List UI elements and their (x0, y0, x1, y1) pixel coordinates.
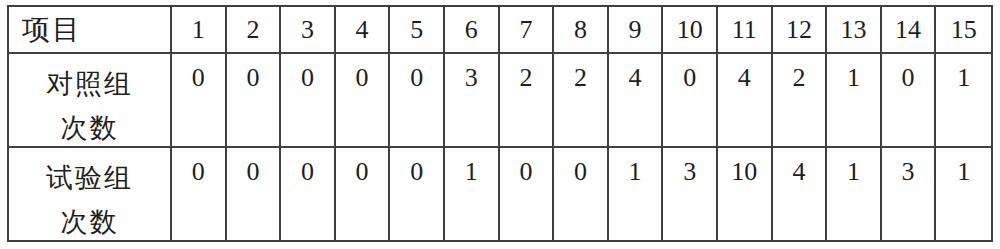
row-1-label-cell: 对照组次数 (9, 54, 172, 148)
row-2-col-6: 1 (445, 148, 500, 240)
row-1-col-3: 0 (281, 54, 336, 148)
row-1-col-14: 0 (882, 54, 937, 148)
header-col-9: 9 (609, 7, 664, 54)
header-col-12: 12 (773, 7, 828, 54)
header-col-5: 5 (390, 7, 445, 54)
header-col-13: 13 (827, 7, 882, 54)
row-2-label-line-2: 次数 (9, 200, 170, 240)
row-1-col-1: 0 (172, 54, 227, 148)
data-table: 项目123456789101112131415对照组次数000003224042… (7, 5, 993, 242)
row-1-col-10: 0 (663, 54, 718, 148)
row-1-col-8: 2 (554, 54, 609, 148)
header-col-10: 10 (663, 7, 718, 54)
row-1-label-line-1: 对照组 (9, 62, 170, 106)
row-2-col-7: 0 (500, 148, 555, 240)
row-2-col-13: 1 (827, 148, 882, 240)
row-2-col-10: 3 (663, 148, 718, 240)
row-1-col-2: 0 (227, 54, 282, 148)
row-2-col-2: 0 (227, 148, 282, 240)
row-1-col-4: 0 (336, 54, 391, 148)
row-2-col-12: 4 (773, 148, 828, 240)
header-col-4: 4 (336, 7, 391, 54)
row-2-col-3: 0 (281, 148, 336, 240)
row-1-col-6: 3 (445, 54, 500, 148)
row-1-col-13: 1 (827, 54, 882, 148)
row-2-col-1: 0 (172, 148, 227, 240)
row-2-col-5: 0 (390, 148, 445, 240)
row-1-col-12: 2 (773, 54, 828, 148)
row-1-col-5: 0 (390, 54, 445, 148)
row-1-col-9: 4 (609, 54, 664, 148)
row-1-col-15: 1 (936, 54, 991, 148)
header-col-6: 6 (445, 7, 500, 54)
header-label-cell: 项目 (9, 7, 172, 54)
header-col-11: 11 (718, 7, 773, 54)
row-2-col-11: 10 (718, 148, 773, 240)
row-2-label-line-1: 试验组 (9, 156, 170, 200)
header-col-7: 7 (500, 7, 555, 54)
row-1-col-7: 2 (500, 54, 555, 148)
header-col-15: 15 (936, 7, 991, 54)
header-col-2: 2 (227, 7, 282, 54)
row-2-col-15: 1 (936, 148, 991, 240)
row-2-col-8: 0 (554, 148, 609, 240)
row-1-label-line-2: 次数 (9, 106, 170, 148)
row-2-col-9: 1 (609, 148, 664, 240)
row-2-col-4: 0 (336, 148, 391, 240)
row-1-col-11: 4 (718, 54, 773, 148)
header-col-8: 8 (554, 7, 609, 54)
header-col-3: 3 (281, 7, 336, 54)
header-col-1: 1 (172, 7, 227, 54)
row-2-col-14: 3 (882, 148, 937, 240)
header-col-14: 14 (882, 7, 937, 54)
row-2-label-cell: 试验组次数 (9, 148, 172, 240)
document-page: 项目123456789101112131415对照组次数000003224042… (0, 0, 1000, 249)
